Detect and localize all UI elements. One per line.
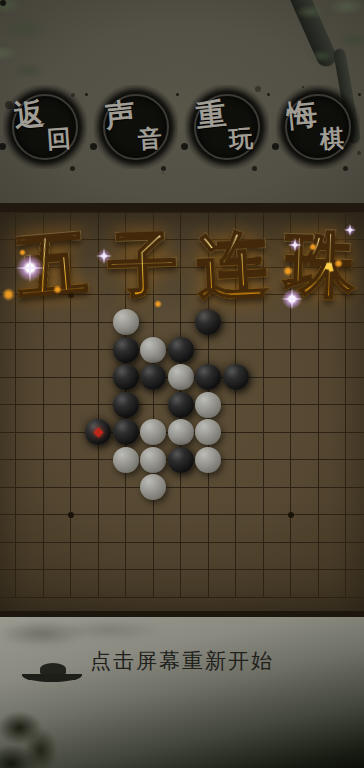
board-cell[interactable] <box>29 281 57 309</box>
board-cell[interactable] <box>249 363 277 391</box>
board-cell[interactable] <box>167 556 195 584</box>
board-cell[interactable] <box>304 446 332 474</box>
board-cell[interactable] <box>139 203 167 226</box>
board-cell[interactable] <box>222 501 250 529</box>
board-cell[interactable] <box>249 226 277 254</box>
board-cell[interactable] <box>359 418 364 446</box>
board-cell[interactable] <box>194 583 222 611</box>
board-cell[interactable] <box>222 473 250 501</box>
board-cell[interactable] <box>84 556 112 584</box>
board-cell[interactable]: ○ <box>112 446 140 474</box>
black-stone: ● <box>195 309 221 335</box>
board-cell[interactable] <box>2 308 30 336</box>
board-cell[interactable] <box>277 308 305 336</box>
board-cell[interactable] <box>139 391 167 419</box>
board-cell[interactable] <box>84 308 112 336</box>
board-cell[interactable] <box>57 308 85 336</box>
board-cell[interactable] <box>84 336 112 364</box>
board-cell[interactable] <box>57 501 85 529</box>
black-stone: ● <box>168 447 194 473</box>
board-cell[interactable] <box>29 203 57 226</box>
board-cell[interactable] <box>359 363 364 391</box>
board-cell[interactable] <box>167 473 195 501</box>
board-cell[interactable] <box>249 203 277 226</box>
board-cell[interactable] <box>277 363 305 391</box>
board-cell[interactable] <box>139 253 167 281</box>
board-cell[interactable] <box>249 583 277 611</box>
board-cell[interactable] <box>112 528 140 556</box>
board-cell[interactable] <box>2 336 30 364</box>
board-cell[interactable] <box>359 473 364 501</box>
board-cell[interactable] <box>304 253 332 281</box>
board-cell[interactable] <box>167 226 195 254</box>
board-cell[interactable] <box>29 418 57 446</box>
board-cell[interactable] <box>29 336 57 364</box>
board-cell[interactable] <box>304 528 332 556</box>
board-cell[interactable] <box>112 203 140 226</box>
board-cell[interactable] <box>222 446 250 474</box>
board-cell[interactable] <box>359 253 364 281</box>
board-cell[interactable] <box>57 556 85 584</box>
replay-button-label: 玩 <box>228 126 254 152</box>
board-cell[interactable]: ○ <box>139 446 167 474</box>
board-cell[interactable] <box>222 528 250 556</box>
board-cell[interactable] <box>222 226 250 254</box>
board-cell[interactable] <box>194 336 222 364</box>
board-cell[interactable]: ○ <box>139 473 167 501</box>
board-cell[interactable] <box>2 556 30 584</box>
board-cell[interactable] <box>84 226 112 254</box>
board-cell[interactable] <box>332 308 360 336</box>
board-cell[interactable] <box>277 253 305 281</box>
board-cell[interactable] <box>112 583 140 611</box>
board-cell[interactable] <box>2 418 30 446</box>
board-cell[interactable] <box>304 203 332 226</box>
board-cell[interactable] <box>84 363 112 391</box>
board-cell[interactable] <box>139 281 167 309</box>
board-cell[interactable] <box>2 253 30 281</box>
board-cell[interactable]: ○ <box>139 336 167 364</box>
board-cell[interactable] <box>2 281 30 309</box>
board-cell[interactable]: ○ <box>167 363 195 391</box>
board-cell[interactable] <box>304 556 332 584</box>
white-stone: ○ <box>140 474 166 500</box>
board-cell[interactable] <box>167 281 195 309</box>
board-cell[interactable] <box>29 363 57 391</box>
board-cell[interactable] <box>139 556 167 584</box>
board-cell[interactable] <box>304 391 332 419</box>
white-stone: ○ <box>195 419 221 445</box>
board-cell[interactable] <box>84 253 112 281</box>
board-cell[interactable] <box>277 336 305 364</box>
boat-hull <box>22 674 82 682</box>
board-cell[interactable] <box>359 501 364 529</box>
board-cell[interactable] <box>57 391 85 419</box>
board-cell[interactable] <box>249 281 277 309</box>
board-cell[interactable] <box>332 556 360 584</box>
board-cell[interactable] <box>359 391 364 419</box>
board-cell[interactable] <box>29 528 57 556</box>
board-cell[interactable] <box>359 226 364 254</box>
board-cell[interactable] <box>57 281 85 309</box>
white-stone: ○ <box>140 447 166 473</box>
board-cell[interactable] <box>359 446 364 474</box>
board-cell[interactable] <box>332 473 360 501</box>
ink-leaves-top-right-icon <box>296 0 364 72</box>
board-cell[interactable] <box>277 446 305 474</box>
black-stone: ● <box>168 337 194 363</box>
toolbar: 返 回 声 音 重 玩 悔 棋 <box>0 85 364 169</box>
board-cell[interactable] <box>359 336 364 364</box>
board-cell[interactable] <box>29 253 57 281</box>
board-cell[interactable]: ○ <box>194 446 222 474</box>
board-cell[interactable] <box>2 501 30 529</box>
board-cell[interactable] <box>57 473 85 501</box>
black-stone: ● <box>113 392 139 418</box>
board-cell[interactable] <box>332 363 360 391</box>
white-stone: ○ <box>168 364 194 390</box>
board-cell[interactable]: ● <box>222 363 250 391</box>
board-cell[interactable] <box>249 336 277 364</box>
undo-button[interactable]: 悔 棋 <box>276 85 360 169</box>
restart-hint: 点击屏幕重新开始 <box>0 647 364 675</box>
board-cell[interactable] <box>249 528 277 556</box>
board-cell[interactable] <box>84 583 112 611</box>
board-cell[interactable] <box>29 501 57 529</box>
board-cell[interactable] <box>304 226 332 254</box>
board-cell[interactable] <box>277 528 305 556</box>
board-cell[interactable] <box>167 583 195 611</box>
board-cell[interactable] <box>332 203 360 226</box>
board-cell[interactable] <box>167 528 195 556</box>
board-cell[interactable] <box>2 203 30 226</box>
board-cell[interactable] <box>304 418 332 446</box>
white-stone: ○ <box>113 447 139 473</box>
board-cell[interactable] <box>2 391 30 419</box>
board-cell[interactable] <box>222 418 250 446</box>
board-cell[interactable] <box>332 336 360 364</box>
sound-button[interactable]: 声 音 <box>94 85 178 169</box>
board-cell[interactable] <box>222 203 250 226</box>
board-cell[interactable] <box>84 446 112 474</box>
black-stone: ● <box>113 419 139 445</box>
board-cell[interactable] <box>304 583 332 611</box>
board-cell[interactable]: ● <box>194 308 222 336</box>
board-cell[interactable] <box>29 556 57 584</box>
board-cell[interactable] <box>194 203 222 226</box>
board-cell[interactable] <box>139 308 167 336</box>
board-cell[interactable]: ● <box>167 336 195 364</box>
board-cell[interactable] <box>304 501 332 529</box>
board-cell[interactable] <box>29 583 57 611</box>
ink-plants-icon <box>0 701 70 768</box>
ink-leaves-top-left-icon <box>0 0 60 82</box>
board-cell[interactable] <box>194 501 222 529</box>
board-cell[interactable] <box>29 473 57 501</box>
board-cell[interactable] <box>57 446 85 474</box>
board-cell[interactable] <box>277 203 305 226</box>
bottom-painting: 点击屏幕重新开始 <box>0 617 364 768</box>
board-cell[interactable] <box>84 203 112 226</box>
board-cell[interactable] <box>304 308 332 336</box>
board-cell[interactable] <box>332 501 360 529</box>
top-painting: 返 回 声 音 重 玩 悔 棋 <box>0 0 364 203</box>
board-cell[interactable] <box>222 281 250 309</box>
board-cell[interactable] <box>249 418 277 446</box>
board-cell[interactable] <box>359 308 364 336</box>
board-cell[interactable] <box>2 363 30 391</box>
board-cell[interactable] <box>304 363 332 391</box>
black-stone: ● <box>113 337 139 363</box>
board-grid: ○●●○●●●○●●●●○●●○○○○○●○○ <box>0 203 364 611</box>
board-cell[interactable] <box>304 473 332 501</box>
board-cell[interactable] <box>332 226 360 254</box>
board-cell[interactable] <box>277 556 305 584</box>
board-cell[interactable] <box>139 501 167 529</box>
ink-mountains-icon <box>0 615 170 649</box>
board-cell[interactable] <box>167 308 195 336</box>
sound-button-label: 音 <box>137 126 163 152</box>
board-cell[interactable] <box>249 446 277 474</box>
board-cell[interactable] <box>84 391 112 419</box>
board-cell[interactable]: ● <box>194 363 222 391</box>
board-cell[interactable]: ○ <box>194 418 222 446</box>
board-cell[interactable] <box>359 583 364 611</box>
board-cell[interactable]: ● <box>112 363 140 391</box>
board-cell[interactable] <box>167 203 195 226</box>
board-cell[interactable] <box>249 556 277 584</box>
game-screen[interactable]: 返 回 声 音 重 玩 悔 棋 ○●●○●●●○●●●●○●●○○○○○●○○ … <box>0 0 364 768</box>
black-stone: ● <box>223 364 249 390</box>
board-cell[interactable] <box>359 528 364 556</box>
board-cell[interactable] <box>84 281 112 309</box>
black-stone: ● <box>195 364 221 390</box>
board-cell[interactable] <box>332 391 360 419</box>
undo-button-label: 棋 <box>319 126 345 152</box>
board-cell[interactable] <box>277 281 305 309</box>
board-cell[interactable] <box>304 281 332 309</box>
board-cell[interactable]: ● <box>167 446 195 474</box>
board-cell[interactable]: ● <box>139 363 167 391</box>
board-cell[interactable] <box>359 203 364 226</box>
sound-button-label: 声 <box>104 99 137 132</box>
board-cell[interactable] <box>84 528 112 556</box>
board-cell[interactable] <box>249 501 277 529</box>
board-cell[interactable] <box>2 473 30 501</box>
board-cell[interactable] <box>222 556 250 584</box>
back-button[interactable]: 返 回 <box>3 85 87 169</box>
white-stone: ○ <box>113 309 139 335</box>
board-cell[interactable] <box>2 583 30 611</box>
board-cell[interactable] <box>277 391 305 419</box>
black-stone: ● <box>168 392 194 418</box>
ink-splatter-icon <box>0 0 6 6</box>
board-cell[interactable] <box>29 391 57 419</box>
board-cell[interactable] <box>332 528 360 556</box>
white-stone: ○ <box>140 337 166 363</box>
white-stone: ○ <box>195 447 221 473</box>
back-button-label: 回 <box>46 126 72 152</box>
board-cell[interactable]: ○ <box>167 418 195 446</box>
board-cell[interactable] <box>57 418 85 446</box>
board-cell[interactable] <box>359 281 364 309</box>
board-cell[interactable] <box>2 446 30 474</box>
board-cell[interactable] <box>57 336 85 364</box>
board-cell[interactable] <box>194 528 222 556</box>
board-cell[interactable] <box>359 556 364 584</box>
board-cell[interactable] <box>222 253 250 281</box>
replay-button[interactable]: 重 玩 <box>185 85 269 169</box>
board-cell[interactable] <box>332 583 360 611</box>
board-cell[interactable]: ○ <box>112 308 140 336</box>
board-cell[interactable] <box>29 446 57 474</box>
board-cell[interactable]: ● <box>112 418 140 446</box>
board-cell[interactable] <box>57 203 85 226</box>
board-cell[interactable] <box>304 336 332 364</box>
last-move-marker <box>93 427 103 437</box>
board-cell[interactable] <box>222 391 250 419</box>
board-cell[interactable] <box>167 253 195 281</box>
board-cell[interactable] <box>112 473 140 501</box>
board-cell[interactable] <box>167 501 195 529</box>
board-cell[interactable] <box>194 473 222 501</box>
board-cell[interactable] <box>57 363 85 391</box>
board-cell[interactable] <box>194 556 222 584</box>
board-cell[interactable] <box>29 226 57 254</box>
board-cell[interactable] <box>139 226 167 254</box>
board-cell[interactable]: ○ <box>139 418 167 446</box>
board-cell[interactable] <box>332 281 360 309</box>
gomoku-board: ○●●○●●●○●●●●○●●○○○○○●○○ <box>0 203 364 617</box>
board-cell[interactable] <box>194 226 222 254</box>
board-cell[interactable] <box>84 501 112 529</box>
white-stone: ○ <box>140 419 166 445</box>
board-cell[interactable] <box>112 281 140 309</box>
board-cell[interactable] <box>112 501 140 529</box>
board-cell[interactable] <box>2 226 30 254</box>
board-cell[interactable] <box>222 308 250 336</box>
board-cell[interactable] <box>249 473 277 501</box>
black-stone: ● <box>113 364 139 390</box>
replay-button-label: 重 <box>195 99 228 132</box>
undo-button-label: 悔 <box>286 99 319 132</box>
board-cell[interactable] <box>57 253 85 281</box>
board-cell[interactable]: ● <box>167 391 195 419</box>
board-cell[interactable] <box>332 446 360 474</box>
board-cell[interactable] <box>222 336 250 364</box>
board-cell[interactable] <box>249 253 277 281</box>
board-cell[interactable] <box>57 528 85 556</box>
board-cell[interactable] <box>112 556 140 584</box>
board-cell[interactable] <box>84 473 112 501</box>
board-cell[interactable] <box>57 226 85 254</box>
board-cell[interactable] <box>277 473 305 501</box>
white-stone: ○ <box>195 392 221 418</box>
board-cell[interactable] <box>277 583 305 611</box>
board-cell[interactable] <box>332 418 360 446</box>
board-cell[interactable] <box>277 501 305 529</box>
board-cell[interactable] <box>112 253 140 281</box>
board-cell[interactable]: ○ <box>194 391 222 419</box>
board-cell[interactable] <box>29 308 57 336</box>
black-stone: ● <box>140 364 166 390</box>
board-cell[interactable] <box>222 583 250 611</box>
board-cell[interactable] <box>194 281 222 309</box>
board-cell[interactable]: ● <box>84 418 112 446</box>
board-cell[interactable] <box>139 583 167 611</box>
board-cell[interactable] <box>139 528 167 556</box>
board-cell[interactable] <box>332 253 360 281</box>
board-cell[interactable]: ● <box>112 391 140 419</box>
board-cell[interactable] <box>249 308 277 336</box>
back-button-label: 返 <box>13 99 46 132</box>
black-stone: ● <box>85 419 111 445</box>
board-cell[interactable] <box>194 253 222 281</box>
board-cell[interactable] <box>277 226 305 254</box>
board-cell[interactable]: ● <box>112 336 140 364</box>
board-cell[interactable] <box>249 391 277 419</box>
board-cell[interactable] <box>112 226 140 254</box>
white-stone: ○ <box>168 419 194 445</box>
board-cell[interactable] <box>2 528 30 556</box>
board-cell[interactable] <box>57 583 85 611</box>
board-cell[interactable] <box>277 418 305 446</box>
